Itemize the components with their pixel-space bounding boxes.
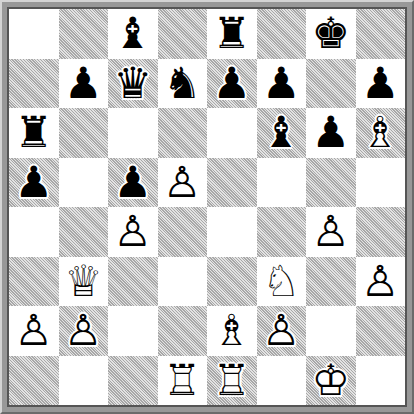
square-g4[interactable]: ♟♙ [306,207,356,257]
square-c2[interactable] [108,306,158,356]
square-g6[interactable]: ♟ [306,108,356,158]
square-c3[interactable] [108,257,158,307]
square-g2[interactable] [306,306,356,356]
piece-black-bishop: ♝ [257,108,307,158]
piece-white-knight: ♞♘ [257,257,307,307]
square-a3[interactable] [9,257,59,307]
square-a6[interactable]: ♜ [9,108,59,158]
piece-black-pawn: ♟ [306,108,356,158]
square-f7[interactable]: ♟ [257,59,307,109]
square-f2[interactable]: ♟♙ [257,306,307,356]
piece-black-bishop: ♝ [108,9,158,59]
piece-black-rook: ♜ [207,9,257,59]
piece-black-pawn: ♟ [108,158,158,208]
square-f3[interactable]: ♞♘ [257,257,307,307]
square-e8[interactable]: ♜ [207,9,257,59]
square-c4[interactable]: ♟♙ [108,207,158,257]
square-a2[interactable]: ♟♙ [9,306,59,356]
piece-white-rook: ♜♖ [158,356,208,406]
square-b8[interactable] [59,9,109,59]
square-a5[interactable]: ♟ [9,158,59,208]
square-f5[interactable] [257,158,307,208]
square-h3[interactable]: ♟♙ [356,257,406,307]
square-g1[interactable]: ♚♔ [306,356,356,406]
square-h8[interactable] [356,9,406,59]
piece-black-knight: ♞ [158,59,208,109]
piece-white-pawn: ♟♙ [59,306,109,356]
square-d6[interactable] [158,108,208,158]
square-c6[interactable] [108,108,158,158]
square-b1[interactable] [59,356,109,406]
square-c7[interactable]: ♛ [108,59,158,109]
piece-white-bishop: ♝♗ [207,306,257,356]
piece-white-rook: ♜♖ [207,356,257,406]
square-h4[interactable] [356,207,406,257]
square-g3[interactable] [306,257,356,307]
piece-black-pawn: ♟ [59,59,109,109]
square-d5[interactable]: ♟♙ [158,158,208,208]
square-b2[interactable]: ♟♙ [59,306,109,356]
square-d4[interactable] [158,207,208,257]
piece-white-pawn: ♟♙ [108,207,158,257]
square-b5[interactable] [59,158,109,208]
piece-black-pawn: ♟ [257,59,307,109]
square-a1[interactable] [9,356,59,406]
piece-white-pawn: ♟♙ [9,306,59,356]
square-c1[interactable] [108,356,158,406]
piece-white-king: ♚♔ [306,356,356,406]
square-f4[interactable] [257,207,307,257]
square-b6[interactable] [59,108,109,158]
piece-white-pawn: ♟♙ [257,306,307,356]
square-g7[interactable] [306,59,356,109]
square-a7[interactable] [9,59,59,109]
piece-black-rook: ♜ [9,108,59,158]
piece-white-pawn: ♟♙ [306,207,356,257]
piece-white-queen: ♛♕ [59,257,109,307]
square-f1[interactable] [257,356,307,406]
chess-board: ♝♜♚♟♛♞♟♟♟♜♝♟♝♗♟♟♟♙♟♙♟♙♛♕♞♘♟♙♟♙♟♙♝♗♟♙♜♖♜♖… [7,7,407,407]
square-c8[interactable]: ♝ [108,9,158,59]
square-h6[interactable]: ♝♗ [356,108,406,158]
square-a4[interactable] [9,207,59,257]
square-e4[interactable] [207,207,257,257]
square-b3[interactable]: ♛♕ [59,257,109,307]
square-b7[interactable]: ♟ [59,59,109,109]
square-h2[interactable] [356,306,406,356]
piece-black-pawn: ♟ [9,158,59,208]
square-b4[interactable] [59,207,109,257]
piece-black-king: ♚ [306,9,356,59]
square-c5[interactable]: ♟ [108,158,158,208]
square-e2[interactable]: ♝♗ [207,306,257,356]
piece-black-pawn: ♟ [207,59,257,109]
piece-white-bishop: ♝♗ [356,108,406,158]
square-d2[interactable] [158,306,208,356]
piece-black-queen: ♛ [108,59,158,109]
square-d1[interactable]: ♜♖ [158,356,208,406]
square-f8[interactable] [257,9,307,59]
square-e1[interactable]: ♜♖ [207,356,257,406]
square-e3[interactable] [207,257,257,307]
square-g8[interactable]: ♚ [306,9,356,59]
square-e7[interactable]: ♟ [207,59,257,109]
piece-black-pawn: ♟ [356,59,406,109]
square-e5[interactable] [207,158,257,208]
square-h5[interactable] [356,158,406,208]
piece-white-pawn: ♟♙ [356,257,406,307]
square-d7[interactable]: ♞ [158,59,208,109]
square-g5[interactable] [306,158,356,208]
square-h7[interactable]: ♟ [356,59,406,109]
square-d8[interactable] [158,9,208,59]
square-a8[interactable] [9,9,59,59]
board-frame: ♝♜♚♟♛♞♟♟♟♜♝♟♝♗♟♟♟♙♟♙♟♙♛♕♞♘♟♙♟♙♟♙♝♗♟♙♜♖♜♖… [0,0,414,414]
square-h1[interactable] [356,356,406,406]
square-d3[interactable] [158,257,208,307]
square-f6[interactable]: ♝ [257,108,307,158]
piece-white-pawn: ♟♙ [158,158,208,208]
square-e6[interactable] [207,108,257,158]
